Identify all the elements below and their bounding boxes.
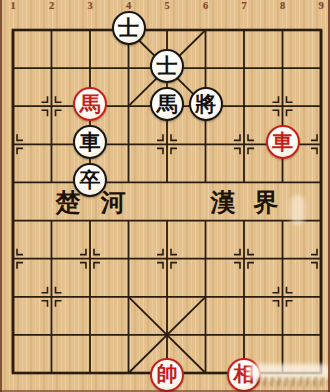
point-marker bbox=[157, 134, 163, 140]
column-label-7: 7 bbox=[233, 0, 255, 12]
point-marker bbox=[56, 110, 62, 116]
river-label: 河 bbox=[98, 188, 128, 218]
point-marker bbox=[56, 96, 62, 102]
point-marker bbox=[248, 134, 254, 140]
point-marker bbox=[94, 263, 100, 269]
column-label-2: 2 bbox=[41, 0, 63, 12]
point-marker bbox=[311, 263, 317, 269]
piece-black-horse[interactable]: 馬 bbox=[150, 87, 184, 121]
column-label-8: 8 bbox=[272, 0, 294, 12]
point-marker bbox=[273, 301, 279, 307]
point-marker bbox=[234, 134, 240, 140]
piece-black-chariot[interactable]: 車 bbox=[73, 125, 107, 159]
point-marker bbox=[234, 148, 240, 154]
piece-black-advisor[interactable]: 士 bbox=[150, 49, 184, 83]
point-marker bbox=[171, 134, 177, 140]
point-marker bbox=[17, 134, 23, 140]
point-marker bbox=[273, 96, 279, 102]
piece-red-horse[interactable]: 馬 bbox=[73, 87, 107, 121]
point-marker bbox=[157, 263, 163, 269]
column-label-5: 5 bbox=[156, 0, 178, 12]
piece-red-chariot[interactable]: 車 bbox=[266, 125, 300, 159]
point-marker bbox=[171, 249, 177, 255]
point-marker bbox=[80, 263, 86, 269]
point-marker bbox=[287, 287, 293, 293]
piece-red-general[interactable]: 帥 bbox=[150, 358, 184, 392]
point-marker bbox=[157, 249, 163, 255]
point-marker bbox=[287, 301, 293, 307]
point-marker bbox=[56, 287, 62, 293]
point-marker bbox=[287, 96, 293, 102]
column-label-3: 3 bbox=[79, 0, 101, 12]
point-marker bbox=[234, 263, 240, 269]
point-marker bbox=[273, 287, 279, 293]
point-marker bbox=[17, 263, 23, 269]
point-marker bbox=[171, 263, 177, 269]
point-marker bbox=[311, 134, 317, 140]
xiangqi-board-screenshot: 123456789 楚河漢界 士士馬馬將車車卒帥相 bbox=[0, 0, 330, 392]
point-marker bbox=[42, 96, 48, 102]
watermark-script bbox=[250, 377, 328, 386]
piece-black-general[interactable]: 將 bbox=[189, 87, 223, 121]
point-marker bbox=[234, 249, 240, 255]
point-marker bbox=[311, 249, 317, 255]
point-marker bbox=[248, 148, 254, 154]
point-marker bbox=[171, 148, 177, 154]
point-marker bbox=[80, 249, 86, 255]
point-marker bbox=[94, 249, 100, 255]
point-marker bbox=[42, 287, 48, 293]
image-edge-left bbox=[0, 0, 2, 392]
point-marker bbox=[273, 110, 279, 116]
point-marker bbox=[17, 249, 23, 255]
column-label-9: 9 bbox=[310, 0, 330, 12]
piece-black-soldier[interactable]: 卒 bbox=[73, 163, 107, 197]
point-marker bbox=[42, 301, 48, 307]
point-marker bbox=[42, 110, 48, 116]
point-marker bbox=[287, 110, 293, 116]
piece-black-advisor[interactable]: 士 bbox=[112, 11, 146, 45]
river-label: 漢 bbox=[208, 188, 238, 218]
point-marker bbox=[17, 148, 23, 154]
column-label-1: 1 bbox=[2, 0, 24, 12]
watermark-smudge bbox=[290, 195, 305, 225]
point-marker bbox=[311, 148, 317, 154]
point-marker bbox=[56, 301, 62, 307]
point-marker bbox=[248, 249, 254, 255]
column-label-6: 6 bbox=[195, 0, 217, 12]
point-marker bbox=[248, 263, 254, 269]
river-label: 界 bbox=[251, 188, 281, 218]
point-marker bbox=[157, 148, 163, 154]
